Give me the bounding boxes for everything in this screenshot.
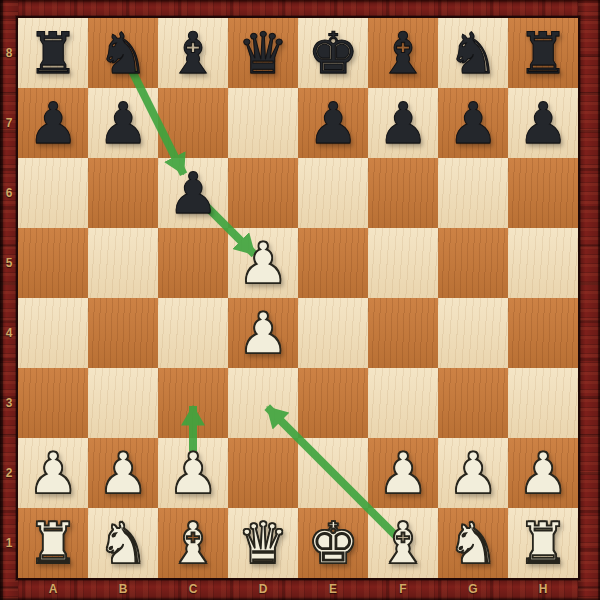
rank-label-7: 7 [0, 88, 18, 158]
square-d8[interactable]: ♛ [228, 18, 298, 88]
rank-label-6: 6 [0, 158, 18, 228]
black-pawn-c6[interactable]: ♟ [158, 158, 228, 228]
chess-board: ♜♞♝♛♚♝♞♜♟♟♟♟♟♟♟♟♟♟♟♟♟♟♟♜♞♝♛♚♝♞♜ [18, 18, 578, 578]
white-rook-h1[interactable]: ♜ [508, 508, 578, 578]
white-king-e1[interactable]: ♚ [298, 508, 368, 578]
white-bishop-c1[interactable]: ♝ [158, 508, 228, 578]
white-queen-d1[interactable]: ♛ [228, 508, 298, 578]
square-h4[interactable] [508, 298, 578, 368]
board-border-right [578, 0, 600, 600]
black-bishop-c8[interactable]: ♝ [158, 18, 228, 88]
square-a5[interactable] [18, 228, 88, 298]
square-b5[interactable] [88, 228, 158, 298]
file-label-H: H [508, 578, 578, 600]
rank-label-4: 4 [0, 298, 18, 368]
square-a3[interactable] [18, 368, 88, 438]
black-knight-g8[interactable]: ♞ [438, 18, 508, 88]
white-pawn-b2[interactable]: ♟ [88, 438, 158, 508]
rank-label-2: 2 [0, 438, 18, 508]
black-pawn-h7[interactable]: ♟ [508, 88, 578, 158]
square-f7[interactable]: ♟ [368, 88, 438, 158]
square-h8[interactable]: ♜ [508, 18, 578, 88]
black-pawn-f7[interactable]: ♟ [368, 88, 438, 158]
rank-label-1: 1 [0, 508, 18, 578]
square-h5[interactable] [508, 228, 578, 298]
square-g7[interactable]: ♟ [438, 88, 508, 158]
black-pawn-e7[interactable]: ♟ [298, 88, 368, 158]
file-label-F: F [368, 578, 438, 600]
file-label-A: A [18, 578, 88, 600]
white-pawn-g2[interactable]: ♟ [438, 438, 508, 508]
square-c4[interactable] [158, 298, 228, 368]
square-b8[interactable]: ♞ [88, 18, 158, 88]
square-d6[interactable] [228, 158, 298, 228]
square-d7[interactable] [228, 88, 298, 158]
square-c1[interactable]: ♝ [158, 508, 228, 578]
black-queen-d8[interactable]: ♛ [228, 18, 298, 88]
square-c2[interactable]: ♟ [158, 438, 228, 508]
square-h1[interactable]: ♜ [508, 508, 578, 578]
file-label-E: E [298, 578, 368, 600]
square-e2[interactable] [298, 438, 368, 508]
file-label-C: C [158, 578, 228, 600]
chess-board-frame: ♜♞♝♛♚♝♞♜♟♟♟♟♟♟♟♟♟♟♟♟♟♟♟♜♞♝♛♚♝♞♜ 87654321… [0, 0, 600, 600]
white-pawn-f2[interactable]: ♟ [368, 438, 438, 508]
square-b4[interactable] [88, 298, 158, 368]
square-g6[interactable] [438, 158, 508, 228]
black-knight-b8[interactable]: ♞ [88, 18, 158, 88]
square-d3[interactable] [228, 368, 298, 438]
rank-label-3: 3 [0, 368, 18, 438]
square-g2[interactable]: ♟ [438, 438, 508, 508]
black-pawn-b7[interactable]: ♟ [88, 88, 158, 158]
file-label-G: G [438, 578, 508, 600]
square-d4[interactable]: ♟ [228, 298, 298, 368]
square-f8[interactable]: ♝ [368, 18, 438, 88]
square-d1[interactable]: ♛ [228, 508, 298, 578]
square-h7[interactable]: ♟ [508, 88, 578, 158]
square-c5[interactable] [158, 228, 228, 298]
white-knight-b1[interactable]: ♞ [88, 508, 158, 578]
black-bishop-f8[interactable]: ♝ [368, 18, 438, 88]
square-g1[interactable]: ♞ [438, 508, 508, 578]
square-g5[interactable] [438, 228, 508, 298]
square-a8[interactable]: ♜ [18, 18, 88, 88]
square-h6[interactable] [508, 158, 578, 228]
square-b6[interactable] [88, 158, 158, 228]
square-d2[interactable] [228, 438, 298, 508]
black-king-e8[interactable]: ♚ [298, 18, 368, 88]
black-pawn-g7[interactable]: ♟ [438, 88, 508, 158]
square-e4[interactable] [298, 298, 368, 368]
square-b7[interactable]: ♟ [88, 88, 158, 158]
square-f3[interactable] [368, 368, 438, 438]
square-a7[interactable]: ♟ [18, 88, 88, 158]
file-label-B: B [88, 578, 158, 600]
square-h2[interactable]: ♟ [508, 438, 578, 508]
board-border-top [0, 0, 600, 18]
square-a2[interactable]: ♟ [18, 438, 88, 508]
square-g4[interactable] [438, 298, 508, 368]
white-pawn-h2[interactable]: ♟ [508, 438, 578, 508]
square-c6[interactable]: ♟ [158, 158, 228, 228]
square-e5[interactable] [298, 228, 368, 298]
white-pawn-d4[interactable]: ♟ [228, 298, 298, 368]
white-pawn-a2[interactable]: ♟ [18, 438, 88, 508]
square-b2[interactable]: ♟ [88, 438, 158, 508]
square-h3[interactable] [508, 368, 578, 438]
square-g8[interactable]: ♞ [438, 18, 508, 88]
square-f2[interactable]: ♟ [368, 438, 438, 508]
square-b1[interactable]: ♞ [88, 508, 158, 578]
square-e3[interactable] [298, 368, 368, 438]
square-a6[interactable] [18, 158, 88, 228]
square-f6[interactable] [368, 158, 438, 228]
square-c7[interactable] [158, 88, 228, 158]
file-label-D: D [228, 578, 298, 600]
white-pawn-c2[interactable]: ♟ [158, 438, 228, 508]
square-f5[interactable] [368, 228, 438, 298]
square-a4[interactable] [18, 298, 88, 368]
square-a1[interactable]: ♜ [18, 508, 88, 578]
square-e8[interactable]: ♚ [298, 18, 368, 88]
square-g3[interactable] [438, 368, 508, 438]
black-rook-h8[interactable]: ♜ [508, 18, 578, 88]
square-e1[interactable]: ♚ [298, 508, 368, 578]
square-c8[interactable]: ♝ [158, 18, 228, 88]
square-f1[interactable]: ♝ [368, 508, 438, 578]
square-d5[interactable]: ♟ [228, 228, 298, 298]
square-e7[interactable]: ♟ [298, 88, 368, 158]
rank-label-8: 8 [0, 18, 18, 88]
square-b3[interactable] [88, 368, 158, 438]
square-e6[interactable] [298, 158, 368, 228]
white-knight-g1[interactable]: ♞ [438, 508, 508, 578]
black-rook-a8[interactable]: ♜ [18, 18, 88, 88]
white-rook-a1[interactable]: ♜ [18, 508, 88, 578]
square-f4[interactable] [368, 298, 438, 368]
black-pawn-a7[interactable]: ♟ [18, 88, 88, 158]
rank-label-5: 5 [0, 228, 18, 298]
square-c3[interactable] [158, 368, 228, 438]
white-bishop-f1[interactable]: ♝ [368, 508, 438, 578]
white-pawn-d5[interactable]: ♟ [228, 228, 298, 298]
